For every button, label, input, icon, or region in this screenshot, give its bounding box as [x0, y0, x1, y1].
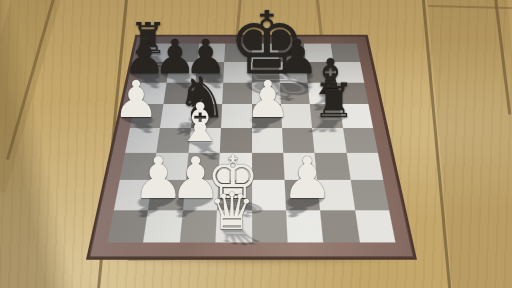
chess-app-scene: ♜♜♟♟♟♟♟♟♚♚♟♟♝♝♞♞♜♜♟♟♟♟♝♝♟♟♟♟♟♟♚♚♛♛ — [0, 0, 512, 288]
piece-white-pawn[interactable]: ♟ — [245, 74, 291, 125]
piece-black-rook[interactable]: ♜ — [313, 77, 355, 124]
piece-white-pawn[interactable]: ♟ — [282, 149, 334, 207]
pieces-layer: ♜♜♟♟♟♟♟♟♚♚♟♟♝♝♞♞♜♜♟♟♟♟♝♝♟♟♟♟♟♟♚♚♛♛ — [0, 0, 512, 288]
piece-white-queen[interactable]: ♛ — [209, 186, 255, 237]
piece-white-pawn[interactable]: ♟ — [113, 74, 159, 125]
